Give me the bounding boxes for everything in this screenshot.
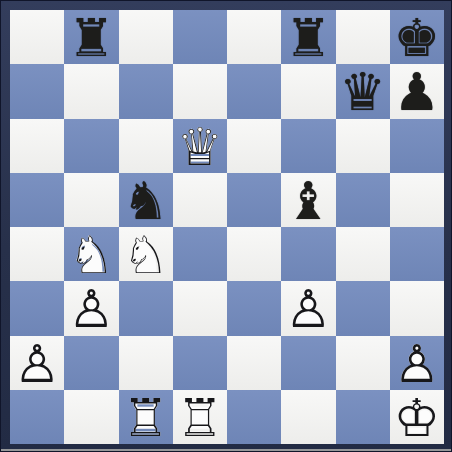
square-a5[interactable]: [10, 173, 64, 227]
square-f6[interactable]: [281, 119, 335, 173]
square-g1[interactable]: [336, 390, 390, 444]
square-g5[interactable]: [336, 173, 390, 227]
black-knight-glyph-fill: ♞: [122, 175, 169, 227]
square-g6[interactable]: [336, 119, 390, 173]
white-knight-glyph-outline: ♘: [122, 229, 169, 281]
piece-black-bishop: ♝: [281, 173, 335, 227]
square-g8[interactable]: [336, 10, 390, 64]
white-king-glyph-outline: ♔: [394, 392, 441, 444]
square-f2[interactable]: [281, 336, 335, 390]
square-e7[interactable]: [227, 64, 281, 118]
square-b3[interactable]: ♟♙: [64, 281, 118, 335]
piece-white-king: ♚♔: [390, 390, 444, 444]
square-e2[interactable]: [227, 336, 281, 390]
square-d6[interactable]: ♛♕: [173, 119, 227, 173]
white-pawn-glyph-outline: ♙: [68, 283, 115, 335]
square-g4[interactable]: [336, 227, 390, 281]
piece-white-pawn: ♟♙: [281, 281, 335, 335]
piece-white-knight: ♞♘: [119, 227, 173, 281]
square-b8[interactable]: ♜: [64, 10, 118, 64]
square-a1[interactable]: [10, 390, 64, 444]
white-rook-glyph-outline: ♖: [122, 392, 169, 444]
square-c7[interactable]: [119, 64, 173, 118]
piece-black-pawn: ♟: [390, 64, 444, 118]
piece-white-knight: ♞♘: [64, 227, 118, 281]
piece-black-rook: ♜: [281, 10, 335, 64]
square-h4[interactable]: [390, 227, 444, 281]
piece-white-rook: ♜♖: [119, 390, 173, 444]
square-a6[interactable]: [10, 119, 64, 173]
square-f7[interactable]: [281, 64, 335, 118]
square-f3[interactable]: ♟♙: [281, 281, 335, 335]
square-d1[interactable]: ♜♖: [173, 390, 227, 444]
square-g7[interactable]: ♛: [336, 64, 390, 118]
square-h6[interactable]: [390, 119, 444, 173]
square-a2[interactable]: ♟♙: [10, 336, 64, 390]
square-h1[interactable]: ♚♔: [390, 390, 444, 444]
white-pawn-glyph-outline: ♙: [14, 338, 61, 390]
square-d8[interactable]: [173, 10, 227, 64]
white-queen-glyph-outline: ♕: [177, 121, 224, 173]
black-rook-glyph-fill: ♜: [285, 12, 332, 64]
square-b5[interactable]: [64, 173, 118, 227]
black-pawn-glyph-fill: ♟: [394, 66, 441, 118]
square-g3[interactable]: [336, 281, 390, 335]
piece-black-king: ♚: [390, 10, 444, 64]
square-e8[interactable]: [227, 10, 281, 64]
square-b2[interactable]: [64, 336, 118, 390]
piece-black-queen: ♛: [336, 64, 390, 118]
piece-white-rook: ♜♖: [173, 390, 227, 444]
square-d7[interactable]: [173, 64, 227, 118]
square-c3[interactable]: [119, 281, 173, 335]
square-e3[interactable]: [227, 281, 281, 335]
square-c6[interactable]: [119, 119, 173, 173]
square-h2[interactable]: ♟♙: [390, 336, 444, 390]
square-a4[interactable]: [10, 227, 64, 281]
white-pawn-glyph-outline: ♙: [285, 283, 332, 335]
piece-white-queen: ♛♕: [173, 119, 227, 173]
square-e1[interactable]: [227, 390, 281, 444]
square-c5[interactable]: ♞: [119, 173, 173, 227]
square-d5[interactable]: [173, 173, 227, 227]
square-h5[interactable]: [390, 173, 444, 227]
piece-white-pawn: ♟♙: [390, 336, 444, 390]
square-b4[interactable]: ♞♘: [64, 227, 118, 281]
square-c1[interactable]: ♜♖: [119, 390, 173, 444]
piece-black-knight: ♞: [119, 173, 173, 227]
square-e4[interactable]: [227, 227, 281, 281]
square-h8[interactable]: ♚: [390, 10, 444, 64]
square-c4[interactable]: ♞♘: [119, 227, 173, 281]
square-d3[interactable]: [173, 281, 227, 335]
chess-board: ♜♜♚♛♟♛♕♞♝♞♘♞♘♟♙♟♙♟♙♟♙♜♖♜♖♚♔: [10, 10, 444, 444]
square-h3[interactable]: [390, 281, 444, 335]
square-d4[interactable]: [173, 227, 227, 281]
square-b1[interactable]: [64, 390, 118, 444]
square-d2[interactable]: [173, 336, 227, 390]
square-f5[interactable]: ♝: [281, 173, 335, 227]
square-b6[interactable]: [64, 119, 118, 173]
square-g2[interactable]: [336, 336, 390, 390]
white-knight-glyph-outline: ♘: [68, 229, 115, 281]
piece-white-pawn: ♟♙: [10, 336, 64, 390]
square-e6[interactable]: [227, 119, 281, 173]
square-e5[interactable]: [227, 173, 281, 227]
square-c8[interactable]: [119, 10, 173, 64]
piece-white-pawn: ♟♙: [64, 281, 118, 335]
black-king-glyph-fill: ♚: [394, 12, 441, 64]
white-rook-glyph-outline: ♖: [177, 392, 224, 444]
square-c2[interactable]: [119, 336, 173, 390]
black-bishop-glyph-fill: ♝: [285, 175, 332, 227]
chess-board-frame: ♜♜♚♛♟♛♕♞♝♞♘♞♘♟♙♟♙♟♙♟♙♜♖♜♖♚♔: [0, 0, 452, 452]
black-queen-glyph-fill: ♛: [339, 66, 386, 118]
square-f4[interactable]: [281, 227, 335, 281]
white-pawn-glyph-outline: ♙: [394, 338, 441, 390]
square-b7[interactable]: [64, 64, 118, 118]
square-h7[interactable]: ♟: [390, 64, 444, 118]
square-a8[interactable]: [10, 10, 64, 64]
black-rook-glyph-fill: ♜: [68, 12, 115, 64]
square-f1[interactable]: [281, 390, 335, 444]
square-a3[interactable]: [10, 281, 64, 335]
square-a7[interactable]: [10, 64, 64, 118]
piece-black-rook: ♜: [64, 10, 118, 64]
square-f8[interactable]: ♜: [281, 10, 335, 64]
